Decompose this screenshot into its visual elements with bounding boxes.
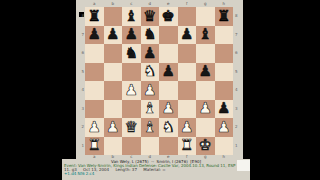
square-a3[interactable] xyxy=(85,100,104,119)
square-f1[interactable]: ♜ xyxy=(178,137,197,156)
square-e1[interactable] xyxy=(159,137,178,156)
square-f3[interactable] xyxy=(178,100,197,119)
file-label: h xyxy=(215,0,234,7)
square-a6[interactable] xyxy=(85,44,104,63)
white-pawn[interactable]: ♟ xyxy=(199,101,212,116)
rank-label: 4 xyxy=(233,81,243,100)
square-b3[interactable] xyxy=(104,100,123,119)
white-pawn[interactable]: ♟ xyxy=(125,82,138,97)
square-a8[interactable]: ♜ xyxy=(85,7,104,26)
square-d2[interactable]: ♝ xyxy=(141,118,160,137)
square-f5[interactable] xyxy=(178,63,197,82)
black-bishop[interactable]: ♝ xyxy=(125,8,138,23)
chess-app-window: abcdefgh 87654321 ♜♝♛♚♜♟♟♟♞♟♝♞♟♞♟♟♟♟♝♟♟♟… xyxy=(76,0,243,159)
square-b8[interactable] xyxy=(104,7,123,26)
square-h8[interactable]: ♜ xyxy=(215,7,234,26)
square-g8[interactable] xyxy=(196,7,215,26)
square-c8[interactable]: ♝ xyxy=(122,7,141,26)
square-e4[interactable] xyxy=(159,81,178,100)
white-pawn[interactable]: ♟ xyxy=(106,119,119,134)
square-h4[interactable] xyxy=(215,81,234,100)
rank-label: 5 xyxy=(233,63,243,82)
square-f7[interactable]: ♟ xyxy=(178,26,197,45)
black-rook[interactable]: ♜ xyxy=(88,8,101,23)
white-pawn[interactable]: ♟ xyxy=(88,119,101,134)
square-a5[interactable] xyxy=(85,63,104,82)
square-b4[interactable] xyxy=(104,81,123,100)
square-f8[interactable] xyxy=(178,7,197,26)
square-g7[interactable]: ♝ xyxy=(196,26,215,45)
square-e6[interactable] xyxy=(159,44,178,63)
black-pawn[interactable]: ♟ xyxy=(88,27,101,42)
square-d5[interactable]: ♞ xyxy=(141,63,160,82)
chess-board[interactable]: ♜♝♛♚♜♟♟♟♞♟♝♞♟♞♟♟♟♟♝♟♟♟♟♟♛♝♞♟♟♜♜♚ xyxy=(85,7,233,155)
moves-link[interactable]: +1.d4 Nf6 2.c4 xyxy=(62,172,250,176)
square-h5[interactable] xyxy=(215,63,234,82)
square-d8[interactable]: ♛ xyxy=(141,7,160,26)
square-c7[interactable]: ♟ xyxy=(122,26,141,45)
square-b7[interactable]: ♟ xyxy=(104,26,123,45)
square-b5[interactable] xyxy=(104,63,123,82)
white-bishop[interactable]: ♝ xyxy=(143,101,156,116)
file-label: g xyxy=(196,0,215,7)
square-e2[interactable]: ♞ xyxy=(159,118,178,137)
black-queen[interactable]: ♛ xyxy=(143,8,156,23)
square-g6[interactable] xyxy=(196,44,215,63)
black-pawn[interactable]: ♟ xyxy=(217,101,230,116)
square-f2[interactable]: ♟ xyxy=(178,118,197,137)
file-label: c xyxy=(122,0,141,7)
square-h2[interactable]: ♟ xyxy=(215,118,234,137)
square-a7[interactable]: ♟ xyxy=(85,26,104,45)
square-e5[interactable]: ♟ xyxy=(159,63,178,82)
white-pawn[interactable]: ♟ xyxy=(180,119,193,134)
square-c4[interactable]: ♟ xyxy=(122,81,141,100)
square-g2[interactable] xyxy=(196,118,215,137)
black-rook[interactable]: ♜ xyxy=(217,8,230,23)
square-d4[interactable]: ♟ xyxy=(141,81,160,100)
white-pawn[interactable]: ♟ xyxy=(162,101,175,116)
black-pawn[interactable]: ♟ xyxy=(143,45,156,60)
rank-label: 6 xyxy=(233,44,243,63)
square-c2[interactable]: ♛ xyxy=(122,118,141,137)
white-knight[interactable]: ♞ xyxy=(143,64,156,79)
square-d6[interactable]: ♟ xyxy=(141,44,160,63)
square-b2[interactable]: ♟ xyxy=(104,118,123,137)
square-e8[interactable]: ♚ xyxy=(159,7,178,26)
file-label: d xyxy=(141,0,160,7)
square-c1[interactable] xyxy=(122,137,141,156)
square-g5[interactable]: ♟ xyxy=(196,63,215,82)
square-c5[interactable] xyxy=(122,63,141,82)
square-c6[interactable]: ♞ xyxy=(122,44,141,63)
square-e3[interactable]: ♟ xyxy=(159,100,178,119)
square-a2[interactable]: ♟ xyxy=(85,118,104,137)
square-e7[interactable] xyxy=(159,26,178,45)
white-rook[interactable]: ♜ xyxy=(88,138,101,153)
rank-label: 7 xyxy=(233,26,243,45)
rank-label: 8 xyxy=(233,7,243,26)
white-knight[interactable]: ♞ xyxy=(162,119,175,134)
square-c3[interactable] xyxy=(122,100,141,119)
square-h7[interactable] xyxy=(215,26,234,45)
rank-label: 1 xyxy=(76,137,85,156)
rank-label: 7 xyxy=(76,26,85,45)
white-rook[interactable]: ♜ xyxy=(180,138,193,153)
white-pawn[interactable]: ♟ xyxy=(217,119,230,134)
black-bishop[interactable]: ♝ xyxy=(199,27,212,42)
black-pawn[interactable]: ♟ xyxy=(125,27,138,42)
rank-label: 8 xyxy=(76,7,85,26)
rank-label: 3 xyxy=(76,100,85,119)
rank-label: 6 xyxy=(76,44,85,63)
square-h1[interactable] xyxy=(215,137,234,156)
square-g1[interactable]: ♚ xyxy=(196,137,215,156)
black-knight[interactable]: ♞ xyxy=(143,27,156,42)
square-a1[interactable]: ♜ xyxy=(85,137,104,156)
square-g3[interactable]: ♟ xyxy=(196,100,215,119)
square-h3[interactable]: ♟ xyxy=(215,100,234,119)
square-f4[interactable] xyxy=(178,81,197,100)
square-b1[interactable] xyxy=(104,137,123,156)
rank-label: 2 xyxy=(76,118,85,137)
rank-label: 2 xyxy=(233,118,243,137)
black-knight[interactable]: ♞ xyxy=(125,45,138,60)
file-label: b xyxy=(104,0,123,7)
square-a4[interactable] xyxy=(85,81,104,100)
white-pawn[interactable]: ♟ xyxy=(143,82,156,97)
square-h6[interactable] xyxy=(215,44,234,63)
file-label: f xyxy=(178,0,197,7)
white-bishop[interactable]: ♝ xyxy=(143,119,156,134)
black-king[interactable]: ♚ xyxy=(162,8,175,23)
white-queen[interactable]: ♛ xyxy=(125,119,138,134)
rank-labels-right: 87654321 xyxy=(233,7,243,155)
file-label: e xyxy=(159,0,178,7)
rank-label: 1 xyxy=(233,137,243,156)
square-g4[interactable] xyxy=(196,81,215,100)
square-d3[interactable]: ♝ xyxy=(141,100,160,119)
black-pawn[interactable]: ♟ xyxy=(162,64,175,79)
square-b6[interactable] xyxy=(104,44,123,63)
black-pawn[interactable]: ♟ xyxy=(180,27,193,42)
rank-label: 5 xyxy=(76,63,85,82)
rank-label: 3 xyxy=(233,100,243,119)
black-pawn[interactable]: ♟ xyxy=(106,27,119,42)
square-f6[interactable] xyxy=(178,44,197,63)
rank-labels-left: 87654321 xyxy=(76,7,85,155)
square-d7[interactable]: ♞ xyxy=(141,26,160,45)
file-labels-top: abcdefgh xyxy=(85,0,233,7)
rank-label: 4 xyxy=(76,81,85,100)
white-king[interactable]: ♚ xyxy=(199,138,212,153)
game-info-panel: Van Wely, L (2675) -- Smirin, I (2676) [… xyxy=(62,159,250,180)
file-label: a xyxy=(85,0,104,7)
square-d1[interactable] xyxy=(141,137,160,156)
black-pawn[interactable]: ♟ xyxy=(199,64,212,79)
